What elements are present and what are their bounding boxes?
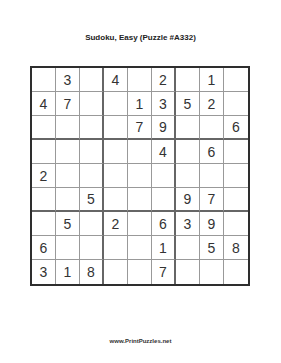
sudoku-cell (56, 140, 80, 164)
footer-site-url: www.PrintPuzzles.net (0, 338, 281, 344)
sudoku-cell (128, 164, 152, 188)
sudoku-cell: 9 (152, 116, 176, 140)
sudoku-cell (32, 188, 56, 212)
sudoku-cell (224, 164, 248, 188)
sudoku-cell: 3 (152, 92, 176, 116)
sudoku-cell: 1 (56, 260, 80, 284)
sudoku-cell (56, 164, 80, 188)
sudoku-cell (104, 260, 128, 284)
sudoku-cell (176, 140, 200, 164)
sudoku-cell (176, 236, 200, 260)
sudoku-board: 34214713527964625975263961583187 (30, 66, 250, 286)
sudoku-cell (80, 140, 104, 164)
sudoku-cell (56, 236, 80, 260)
sudoku-cell (80, 92, 104, 116)
sudoku-cell (32, 68, 56, 92)
sudoku-cell: 3 (56, 68, 80, 92)
sudoku-cell (152, 188, 176, 212)
sudoku-cell (56, 188, 80, 212)
sudoku-cell (128, 212, 152, 236)
sudoku-cell (80, 116, 104, 140)
sudoku-cell (104, 164, 128, 188)
sudoku-cell: 7 (152, 260, 176, 284)
sudoku-cell (176, 116, 200, 140)
sudoku-cell: 2 (200, 92, 224, 116)
sudoku-cell: 7 (200, 188, 224, 212)
sudoku-cell: 5 (176, 92, 200, 116)
sudoku-cell: 4 (32, 92, 56, 116)
sudoku-cell (128, 68, 152, 92)
sudoku-cell: 3 (176, 212, 200, 236)
sudoku-cell: 6 (200, 140, 224, 164)
sudoku-cell (104, 140, 128, 164)
sudoku-cell: 6 (224, 116, 248, 140)
sudoku-cell (200, 116, 224, 140)
sudoku-cell: 1 (200, 68, 224, 92)
sudoku-cell (80, 236, 104, 260)
sudoku-cell: 6 (32, 236, 56, 260)
sudoku-cell: 8 (80, 260, 104, 284)
sudoku-cell (104, 236, 128, 260)
sudoku-cell (224, 188, 248, 212)
sudoku-cell (224, 68, 248, 92)
sudoku-cell (176, 164, 200, 188)
sudoku-cell (128, 236, 152, 260)
sudoku-cell (32, 116, 56, 140)
sudoku-cell (104, 188, 128, 212)
sudoku-cell: 9 (176, 188, 200, 212)
sudoku-cell: 2 (32, 164, 56, 188)
sudoku-cell (176, 260, 200, 284)
page-title: Sudoku, Easy (Puzzle #A332) (0, 33, 281, 42)
sudoku-cell: 5 (80, 188, 104, 212)
sudoku-cell: 9 (200, 212, 224, 236)
sudoku-cell: 5 (200, 236, 224, 260)
sudoku-cell (104, 92, 128, 116)
sudoku-cell (104, 116, 128, 140)
sudoku-cell: 1 (128, 92, 152, 116)
sudoku-cell: 4 (152, 140, 176, 164)
sudoku-cell: 4 (104, 68, 128, 92)
sudoku-cell (224, 92, 248, 116)
sudoku-cell: 1 (152, 236, 176, 260)
sudoku-cell (32, 212, 56, 236)
sudoku-cell (224, 212, 248, 236)
sudoku-cell (56, 116, 80, 140)
sudoku-cell: 8 (224, 236, 248, 260)
sudoku-cell (80, 164, 104, 188)
sudoku-cell (224, 260, 248, 284)
sudoku-cell (128, 260, 152, 284)
sudoku-cell: 2 (152, 68, 176, 92)
sudoku-cell (32, 140, 56, 164)
sudoku-cell: 5 (56, 212, 80, 236)
sudoku-cell: 7 (128, 116, 152, 140)
sudoku-cell (224, 140, 248, 164)
sudoku-cell (128, 188, 152, 212)
sudoku-cell (128, 140, 152, 164)
sudoku-page: Sudoku, Easy (Puzzle #A332) 342147135279… (0, 0, 281, 363)
sudoku-cell (80, 68, 104, 92)
sudoku-cell (200, 260, 224, 284)
sudoku-cell (200, 164, 224, 188)
sudoku-cell (152, 164, 176, 188)
sudoku-cell (80, 212, 104, 236)
sudoku-cell (176, 68, 200, 92)
sudoku-cell: 7 (56, 92, 80, 116)
sudoku-cell: 3 (32, 260, 56, 284)
sudoku-cell: 6 (152, 212, 176, 236)
sudoku-cell: 2 (104, 212, 128, 236)
